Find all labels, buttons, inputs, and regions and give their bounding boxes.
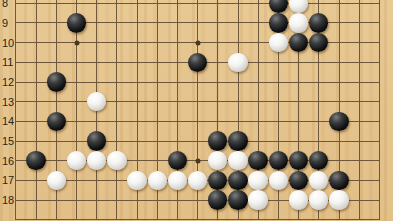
black-stone — [47, 112, 66, 131]
black-stone — [168, 151, 187, 170]
white-stone — [168, 171, 187, 190]
white-stone — [87, 151, 106, 170]
black-stone — [269, 13, 288, 32]
white-stone — [248, 190, 267, 209]
black-stone — [228, 171, 247, 190]
white-stone — [289, 190, 308, 209]
white-stone — [208, 151, 227, 170]
stones-grid — [6, 0, 390, 221]
white-stone — [148, 171, 167, 190]
black-stone — [188, 53, 207, 72]
black-stone — [67, 13, 86, 32]
black-stone — [269, 0, 288, 13]
white-stone — [329, 190, 348, 209]
white-stone — [289, 13, 308, 32]
white-stone — [188, 171, 207, 190]
black-stone — [269, 151, 288, 170]
white-stone — [269, 171, 288, 190]
white-stone — [228, 151, 247, 170]
black-stone — [309, 13, 328, 32]
black-stone — [248, 151, 267, 170]
white-stone — [228, 53, 247, 72]
black-stone — [289, 171, 308, 190]
black-stone — [47, 72, 66, 91]
black-stone — [208, 131, 227, 150]
black-stone — [228, 190, 247, 209]
black-stone — [208, 190, 227, 209]
black-stone — [329, 112, 348, 131]
white-stone — [309, 171, 328, 190]
white-stone — [87, 92, 106, 111]
go-board[interactable]: 89101112131415161718 — [0, 0, 393, 221]
black-stone — [208, 171, 227, 190]
white-stone — [47, 171, 66, 190]
white-stone — [67, 151, 86, 170]
white-stone — [127, 171, 146, 190]
black-stone — [309, 33, 328, 52]
black-stone — [329, 171, 348, 190]
black-stone — [26, 151, 45, 170]
black-stone — [309, 151, 328, 170]
black-stone — [289, 33, 308, 52]
white-stone — [309, 190, 328, 209]
white-stone — [248, 171, 267, 190]
white-stone — [269, 33, 288, 52]
white-stone — [289, 0, 308, 13]
white-stone — [107, 151, 126, 170]
go-app-screen: 89101112131415161718 — [0, 0, 393, 221]
black-stone — [87, 131, 106, 150]
black-stone — [289, 151, 308, 170]
black-stone — [228, 131, 247, 150]
